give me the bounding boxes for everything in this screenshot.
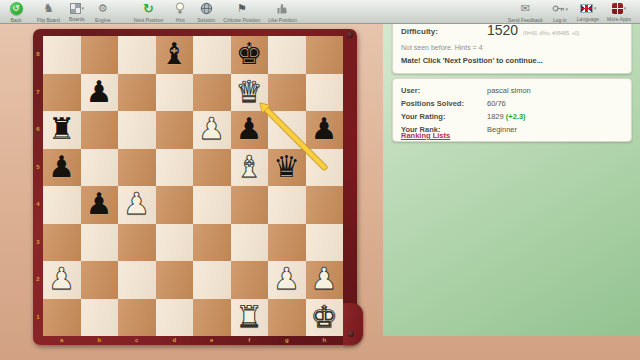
language-label: Language: [577, 16, 599, 22]
black-king[interactable]: ♚: [231, 36, 269, 74]
square-b2[interactable]: [81, 261, 119, 299]
board-screw-icon: [348, 331, 354, 337]
hint-label: Hint: [176, 17, 185, 23]
square-b6[interactable]: [81, 111, 119, 149]
white-pawn[interactable]: ♟: [118, 186, 156, 224]
file-label-g: g: [268, 336, 306, 345]
square-a1[interactable]: [43, 299, 81, 337]
square-f8[interactable]: ♚: [231, 36, 269, 74]
difficulty-value: 1520: [487, 22, 518, 38]
boards-icon: [70, 3, 81, 14]
square-h3[interactable]: [306, 224, 344, 262]
side-panel: WELCOME, PASCAL SIMON Difficulty: 1520 (…: [383, 0, 640, 336]
square-h1[interactable]: ♚: [306, 299, 344, 337]
square-d5[interactable]: [156, 149, 194, 187]
difficulty-label: Difficulty:: [401, 27, 438, 36]
rank-label-5: 5: [33, 149, 43, 187]
square-h4[interactable]: [306, 186, 344, 224]
square-c1[interactable]: [118, 299, 156, 337]
next-position-button[interactable]: ↻ Next Position: [130, 0, 167, 23]
your-rank-value: Beginner: [487, 125, 517, 134]
black-pawn[interactable]: ♟: [231, 111, 269, 149]
square-f1[interactable]: ♜: [231, 299, 269, 337]
user-value: pascal simon: [487, 86, 531, 95]
square-c8[interactable]: [118, 36, 156, 74]
solution-button[interactable]: Solution: [193, 0, 219, 23]
black-rook[interactable]: ♜: [43, 111, 81, 149]
position-status-text: Not seen before. Hints = 4: [401, 44, 623, 51]
white-queen[interactable]: ♛: [231, 74, 269, 112]
square-h6[interactable]: ♟: [306, 111, 344, 149]
your-rating-value: 1829 (+2.3): [487, 112, 526, 121]
rating-gain: (+2.3): [506, 112, 526, 121]
black-pawn[interactable]: ♟: [306, 111, 344, 149]
square-e4[interactable]: [193, 186, 231, 224]
black-pawn[interactable]: ♟: [81, 186, 119, 224]
square-e6[interactable]: ♟: [193, 111, 231, 149]
boards-button[interactable]: ▾ Boards: [64, 0, 90, 23]
positions-solved-label: Positions Solved:: [401, 99, 464, 108]
thumb-up-icon: [276, 2, 289, 15]
solution-icon: [200, 2, 213, 15]
solution-label: Solution: [197, 17, 215, 23]
back-icon: ↺: [10, 2, 23, 15]
white-rook[interactable]: ♜: [231, 299, 269, 337]
square-g8[interactable]: [268, 36, 306, 74]
more-apps-label: More Apps: [607, 16, 631, 22]
square-a5[interactable]: ♟: [43, 149, 81, 187]
file-label-f: f: [231, 336, 269, 345]
square-e7[interactable]: [193, 74, 231, 112]
square-a2[interactable]: ♟: [43, 261, 81, 299]
white-pawn[interactable]: ♟: [306, 261, 344, 299]
rank-label-6: 6: [33, 111, 43, 149]
difficulty-meta: (N=43, d%u, #36485, +0): [523, 30, 579, 36]
user-label: User:: [401, 86, 420, 95]
square-c4[interactable]: ♟: [118, 186, 156, 224]
square-a3[interactable]: [43, 224, 81, 262]
black-pawn[interactable]: ♟: [43, 149, 81, 187]
square-e3[interactable]: [193, 224, 231, 262]
square-g3[interactable]: [268, 224, 306, 262]
square-g2[interactable]: ♟: [268, 261, 306, 299]
file-label-a: a: [43, 336, 81, 345]
criticise-position-button[interactable]: ⚑ Criticise Position: [219, 0, 264, 23]
square-a6[interactable]: ♜: [43, 111, 81, 149]
square-e5[interactable]: [193, 149, 231, 187]
black-pawn[interactable]: ♟: [81, 74, 119, 112]
engine-icon: ⚙: [98, 2, 108, 15]
square-g5[interactable]: ♛: [268, 149, 306, 187]
square-d2[interactable]: [156, 261, 194, 299]
square-g7[interactable]: [268, 74, 306, 112]
flip-board-icon: ♞: [43, 2, 54, 15]
square-d8[interactable]: ♝: [156, 36, 194, 74]
like-position-label: Like Position: [268, 17, 296, 23]
square-e8[interactable]: [193, 36, 231, 74]
black-queen[interactable]: ♛: [268, 149, 306, 187]
board-grid: ♝♚♟♛♜♟♟♟♟♝♛♟♟♟♟♟♜♚: [43, 36, 343, 336]
file-label-e: e: [193, 336, 231, 345]
square-d6[interactable]: [156, 111, 194, 149]
log-in-button[interactable]: ▾ Log in: [547, 0, 573, 23]
square-c5[interactable]: [118, 149, 156, 187]
flip-board-button[interactable]: ♞ Flip Board: [33, 0, 64, 23]
rank-label-4: 4: [33, 186, 43, 224]
square-c3[interactable]: [118, 224, 156, 262]
rank-label-2: 2: [33, 261, 43, 299]
square-g6[interactable]: [268, 111, 306, 149]
flag-icon: ⚑: [237, 2, 247, 15]
chevron-down-icon: ▾: [82, 5, 85, 11]
ranking-lists-link[interactable]: Ranking Lists: [401, 131, 450, 140]
mate-message: Mate! Click 'Next Position' to continue.…: [401, 56, 623, 65]
hint-button[interactable]: Hint: [167, 0, 193, 23]
square-b4[interactable]: ♟: [81, 186, 119, 224]
chevron-down-icon: ▾: [624, 5, 627, 11]
square-f3[interactable]: [231, 224, 269, 262]
square-c6[interactable]: [118, 111, 156, 149]
black-bishop[interactable]: ♝: [156, 36, 194, 74]
square-h2[interactable]: ♟: [306, 261, 344, 299]
criticise-position-label: Criticise Position: [223, 17, 260, 23]
square-a4[interactable]: [43, 186, 81, 224]
positions-solved-value: 60/76: [487, 99, 506, 108]
next-position-label: Next Position: [134, 17, 163, 23]
white-pawn[interactable]: ♟: [43, 261, 81, 299]
square-f5[interactable]: ♝: [231, 149, 269, 187]
square-b5[interactable]: [81, 149, 119, 187]
square-c7[interactable]: [118, 74, 156, 112]
square-e2[interactable]: [193, 261, 231, 299]
board-screw-icon: [347, 32, 353, 38]
square-d3[interactable]: [156, 224, 194, 262]
back-button[interactable]: ↺ Back: [3, 0, 29, 23]
square-b3[interactable]: [81, 224, 119, 262]
square-f2[interactable]: [231, 261, 269, 299]
your-rating-label: Your Rating:: [401, 112, 445, 121]
square-e1[interactable]: [193, 299, 231, 337]
file-label-b: b: [81, 336, 119, 345]
file-labels: abcdefgh: [43, 336, 343, 345]
square-a8[interactable]: [43, 36, 81, 74]
file-label-c: c: [118, 336, 156, 345]
square-d1[interactable]: [156, 299, 194, 337]
language-button[interactable]: ▾ Language: [573, 0, 603, 23]
file-label-d: d: [156, 336, 194, 345]
engine-button[interactable]: ⚙ Engine: [90, 0, 116, 23]
square-h5[interactable]: [306, 149, 344, 187]
square-d7[interactable]: [156, 74, 194, 112]
square-h8[interactable]: [306, 36, 344, 74]
square-b1[interactable]: [81, 299, 119, 337]
rank-label-3: 3: [33, 224, 43, 262]
square-a7[interactable]: [43, 74, 81, 112]
user-stats-card: User: pascal simon Positions Solved: 60/…: [392, 78, 632, 142]
send-feedback-button[interactable]: ✉ Send Feedback: [504, 0, 547, 23]
engine-label: Engine: [95, 17, 111, 23]
hint-icon: [174, 2, 186, 15]
white-pawn[interactable]: ♟: [193, 111, 231, 149]
square-h7[interactable]: [306, 74, 344, 112]
square-b7[interactable]: ♟: [81, 74, 119, 112]
key-icon: [552, 2, 565, 15]
square-d4[interactable]: [156, 186, 194, 224]
file-label-h: h: [306, 336, 344, 345]
boards-label: Boards: [69, 16, 85, 22]
rank-label-7: 7: [33, 74, 43, 112]
log-in-label: Log in: [553, 17, 567, 23]
envelope-icon: ✉: [521, 2, 530, 15]
white-pawn[interactable]: ♟: [268, 261, 306, 299]
back-label: Back: [10, 17, 21, 23]
rank-label-8: 8: [33, 36, 43, 74]
square-c2[interactable]: [118, 261, 156, 299]
square-g1[interactable]: [268, 299, 306, 337]
difficulty-card: Difficulty: 1520 (N=43, d%u, #36485, +0)…: [392, 17, 632, 74]
more-apps-button[interactable]: ▾ More Apps: [603, 0, 635, 23]
uk-flag-icon: [580, 4, 593, 13]
rank-label-1: 1: [33, 299, 43, 337]
chevron-down-icon: ▾: [566, 6, 569, 12]
square-f4[interactable]: [231, 186, 269, 224]
send-feedback-label: Send Feedback: [508, 17, 543, 23]
like-position-button[interactable]: Like Position: [264, 0, 300, 23]
square-b8[interactable]: [81, 36, 119, 74]
white-king[interactable]: ♚: [306, 299, 344, 337]
white-bishop[interactable]: ♝: [231, 149, 269, 187]
square-f6[interactable]: ♟: [231, 111, 269, 149]
square-g4[interactable]: [268, 186, 306, 224]
apps-grid-icon: [612, 3, 623, 14]
chevron-down-icon: ▾: [594, 5, 597, 11]
rank-labels: 87654321: [33, 36, 43, 336]
chess-board: 87654321 abcdefgh ♝♚♟♛♜♟♟♟♟♝♛♟♟♟♟♟♜♚: [33, 29, 357, 345]
next-position-icon: ↻: [143, 2, 154, 15]
square-f7[interactable]: ♛: [231, 74, 269, 112]
board-corner-tab: [343, 303, 363, 345]
flip-board-label: Flip Board: [37, 17, 60, 23]
toolbar: ↺ Back ♞ Flip Board ▾ Boards ⚙ Engine ↻ …: [0, 0, 640, 24]
